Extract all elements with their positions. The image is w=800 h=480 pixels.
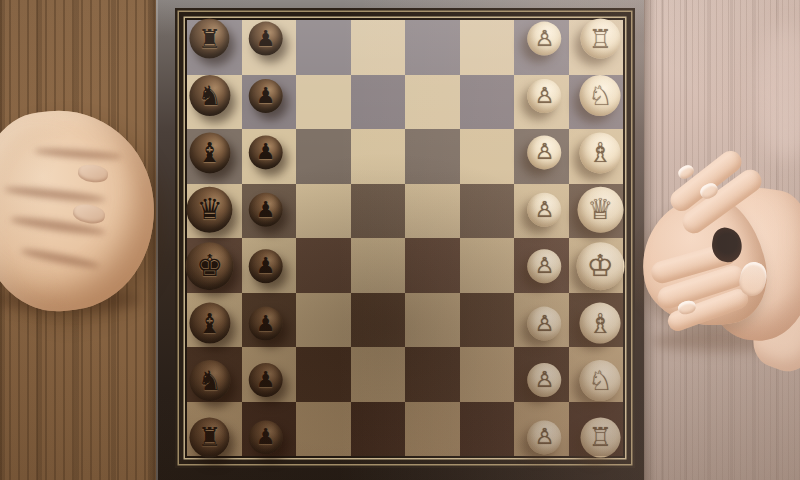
black-pawn[interactable]: ♟	[249, 193, 283, 227]
square-r7-c2-light[interactable]: ♟	[242, 347, 297, 402]
square-r7-c6-light[interactable]	[460, 347, 515, 402]
chess-board-grid: ♜♟♙♖♞♟♙♘♝♟♙♗♛♟♙♕♚♟♙♔♝♟♙♗♞♟♙♘♜♟♙♖	[187, 20, 623, 456]
black-rook[interactable]: ♜	[190, 417, 230, 457]
square-r8-c3-light[interactable]	[296, 402, 351, 457]
white-rook[interactable]: ♖	[580, 19, 620, 59]
square-r7-c8-light[interactable]: ♘	[569, 347, 624, 402]
square-r4-c5-light[interactable]	[405, 184, 460, 239]
square-r5-c5-dark[interactable]	[405, 238, 460, 293]
black-knight[interactable]: ♞	[189, 360, 230, 401]
square-r1-c3-dark[interactable]	[296, 20, 351, 75]
square-r3-c1-dark[interactable]: ♝	[187, 129, 242, 184]
black-queen[interactable]: ♛	[187, 187, 233, 233]
square-r7-c7-dark[interactable]: ♙	[514, 347, 569, 402]
square-r2-c7-light[interactable]: ♙	[514, 75, 569, 130]
white-queen[interactable]: ♕	[577, 187, 623, 233]
black-pawn[interactable]: ♟	[249, 136, 283, 170]
square-r2-c2-dark[interactable]: ♟	[242, 75, 297, 130]
square-r3-c5-dark[interactable]	[405, 129, 460, 184]
black-pawn[interactable]: ♟	[249, 249, 283, 283]
black-pawn[interactable]: ♟	[249, 420, 283, 454]
square-r6-c7-light[interactable]: ♙	[514, 293, 569, 348]
square-r8-c4-dark[interactable]	[351, 402, 406, 457]
square-r1-c1-dark[interactable]: ♜	[187, 20, 242, 75]
square-r5-c7-dark[interactable]: ♙	[514, 238, 569, 293]
square-r4-c4-dark[interactable]	[351, 184, 406, 239]
square-r3-c3-dark[interactable]	[296, 129, 351, 184]
white-knight[interactable]: ♘	[580, 75, 621, 116]
square-r5-c4-light[interactable]	[351, 238, 406, 293]
black-king[interactable]: ♚	[186, 242, 234, 290]
square-r4-c8-dark[interactable]: ♕	[569, 184, 624, 239]
square-r6-c5-light[interactable]	[405, 293, 460, 348]
black-bishop[interactable]: ♝	[189, 303, 230, 344]
square-r1-c8-light[interactable]: ♖	[569, 20, 624, 75]
square-r3-c4-light[interactable]	[351, 129, 406, 184]
white-bishop[interactable]: ♗	[580, 303, 621, 344]
white-pawn[interactable]: ♙	[528, 249, 562, 283]
square-r2-c3-light[interactable]	[296, 75, 351, 130]
black-knight[interactable]: ♞	[189, 75, 230, 116]
white-pawn[interactable]: ♙	[528, 306, 562, 340]
overhead-chess-scene: ♜♟♙♖♞♟♙♘♝♟♙♗♛♟♙♕♚♟♙♔♝♟♙♗♞♟♙♘♜♟♙♖	[0, 0, 800, 480]
black-bishop[interactable]: ♝	[189, 132, 230, 173]
square-r2-c1-light[interactable]: ♞	[187, 75, 242, 130]
square-r6-c4-dark[interactable]	[351, 293, 406, 348]
square-r4-c3-light[interactable]	[296, 184, 351, 239]
square-r2-c8-dark[interactable]: ♘	[569, 75, 624, 130]
square-r3-c2-light[interactable]: ♟	[242, 129, 297, 184]
chess-board: ♜♟♙♖♞♟♙♘♝♟♙♗♛♟♙♕♚♟♙♔♝♟♙♗♞♟♙♘♜♟♙♖	[156, 0, 644, 480]
square-r1-c6-light[interactable]	[460, 20, 515, 75]
square-r8-c7-light[interactable]: ♙	[514, 402, 569, 457]
square-r1-c2-light[interactable]: ♟	[242, 20, 297, 75]
white-king[interactable]: ♔	[576, 242, 624, 290]
white-pawn[interactable]: ♙	[528, 136, 562, 170]
square-r2-c6-dark[interactable]	[460, 75, 515, 130]
black-pawn[interactable]: ♟	[249, 363, 283, 397]
square-r5-c6-light[interactable]	[460, 238, 515, 293]
right-player-arm	[758, 26, 800, 158]
square-r4-c6-dark[interactable]	[460, 184, 515, 239]
black-pawn[interactable]: ♟	[249, 306, 283, 340]
square-r2-c5-light[interactable]	[405, 75, 460, 130]
square-r8-c2-dark[interactable]: ♟	[242, 402, 297, 457]
black-rook[interactable]: ♜	[190, 19, 230, 59]
square-r5-c2-light[interactable]: ♟	[242, 238, 297, 293]
square-r8-c6-dark[interactable]	[460, 402, 515, 457]
white-pawn[interactable]: ♙	[528, 79, 562, 113]
square-r1-c4-light[interactable]	[351, 20, 406, 75]
square-r7-c3-dark[interactable]	[296, 347, 351, 402]
square-r7-c5-dark[interactable]	[405, 347, 460, 402]
square-r1-c7-dark[interactable]: ♙	[514, 20, 569, 75]
square-r3-c6-light[interactable]	[460, 129, 515, 184]
black-pawn[interactable]: ♟	[249, 22, 283, 56]
square-r1-c5-dark[interactable]	[405, 20, 460, 75]
white-rook[interactable]: ♖	[580, 417, 620, 457]
square-r6-c6-dark[interactable]	[460, 293, 515, 348]
square-r4-c1-light[interactable]: ♛	[187, 184, 242, 239]
black-pawn[interactable]: ♟	[249, 79, 283, 113]
square-r3-c7-dark[interactable]: ♙	[514, 129, 569, 184]
square-r5-c8-light[interactable]: ♔	[569, 238, 624, 293]
square-r8-c5-light[interactable]	[405, 402, 460, 457]
square-r2-c4-dark[interactable]	[351, 75, 406, 130]
square-r7-c1-dark[interactable]: ♞	[187, 347, 242, 402]
white-pawn[interactable]: ♙	[528, 363, 562, 397]
square-r4-c7-light[interactable]: ♙	[514, 184, 569, 239]
square-r8-c1-light[interactable]: ♜	[187, 402, 242, 457]
white-pawn[interactable]: ♙	[528, 22, 562, 56]
white-pawn[interactable]: ♙	[528, 193, 562, 227]
square-r5-c3-dark[interactable]	[296, 238, 351, 293]
square-r3-c8-light[interactable]: ♗	[569, 129, 624, 184]
square-r8-c8-dark[interactable]: ♖	[569, 402, 624, 457]
white-pawn[interactable]: ♙	[528, 420, 562, 454]
square-r6-c1-light[interactable]: ♝	[187, 293, 242, 348]
square-r5-c1-dark[interactable]: ♚	[187, 238, 242, 293]
square-r4-c2-dark[interactable]: ♟	[242, 184, 297, 239]
square-r6-c2-dark[interactable]: ♟	[242, 293, 297, 348]
square-r7-c4-light[interactable]	[351, 347, 406, 402]
white-knight[interactable]: ♘	[580, 360, 621, 401]
white-bishop[interactable]: ♗	[580, 132, 621, 173]
square-r6-c8-dark[interactable]: ♗	[569, 293, 624, 348]
square-r6-c3-light[interactable]	[296, 293, 351, 348]
